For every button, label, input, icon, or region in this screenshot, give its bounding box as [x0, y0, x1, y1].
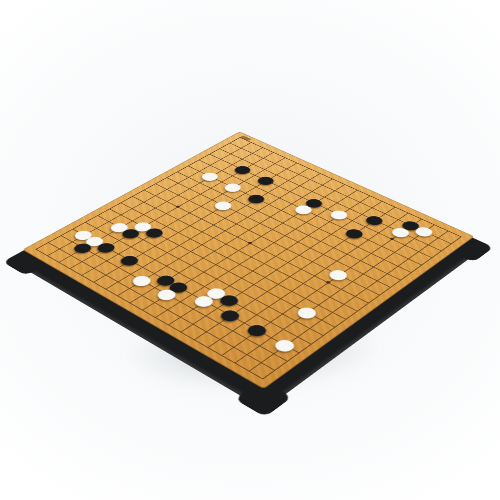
white-stone: ●	[202, 284, 233, 302]
black-stone: ●	[116, 251, 146, 268]
white-stone: ●	[127, 272, 157, 290]
white-stone: ●	[210, 198, 238, 213]
star-point	[389, 237, 395, 240]
black-stone: ●	[215, 291, 246, 309]
black-stone: ●	[165, 278, 195, 296]
black-stone: ●	[216, 305, 247, 324]
star-point	[325, 281, 331, 284]
white-stone: ●	[220, 180, 247, 194]
star-point	[255, 328, 261, 332]
white-stone: ●	[292, 303, 323, 322]
white-stone: ●	[152, 285, 183, 303]
white-stone: ●	[197, 169, 224, 183]
black-stone: ●	[244, 191, 272, 206]
black-stone: ●	[152, 271, 182, 289]
product-photo-background: ●●●●●●●●●●●●●●●●●●●●●●●●●●●●●●●●●●●	[0, 0, 500, 500]
white-stone: ●	[270, 335, 302, 355]
black-stone: ●	[253, 173, 280, 187]
white-stone: ●	[190, 291, 221, 309]
star-point	[247, 241, 253, 244]
star-point	[177, 285, 183, 288]
white-stone: ●	[324, 266, 354, 283]
white-stone: ●	[326, 207, 354, 222]
black-stone: ●	[341, 225, 369, 241]
black-stone: ●	[69, 240, 98, 256]
black-stone: ●	[362, 212, 390, 228]
black-stone: ●	[243, 320, 275, 339]
star-point	[104, 246, 110, 249]
black-stone: ●	[230, 163, 257, 177]
star-point	[175, 205, 180, 208]
